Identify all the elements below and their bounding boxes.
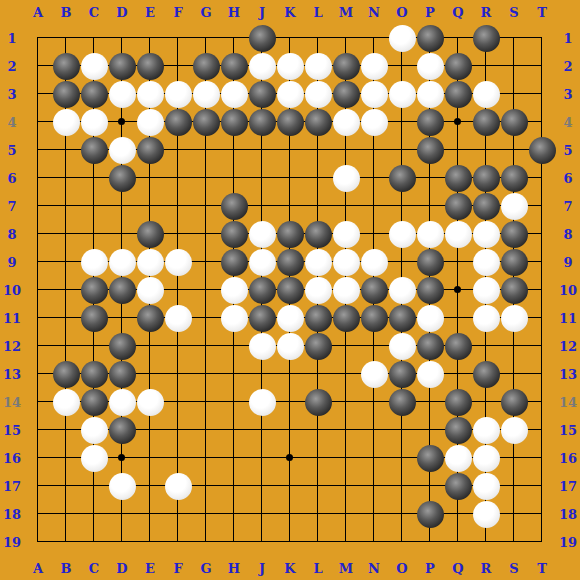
intersection-S10[interactable] [500, 276, 528, 304]
intersection-L16[interactable] [304, 444, 332, 472]
intersection-D15[interactable] [108, 416, 136, 444]
intersection-N11[interactable] [360, 304, 388, 332]
intersection-B19[interactable] [52, 528, 80, 556]
intersection-S14[interactable] [500, 388, 528, 416]
intersection-C4[interactable] [80, 108, 108, 136]
intersection-O19[interactable] [388, 528, 416, 556]
intersection-E5[interactable] [136, 136, 164, 164]
intersection-M9[interactable] [332, 248, 360, 276]
intersection-F13[interactable] [164, 360, 192, 388]
intersection-J19[interactable] [248, 528, 276, 556]
intersection-R6[interactable] [472, 164, 500, 192]
intersection-P19[interactable] [416, 528, 444, 556]
intersection-Q19[interactable] [444, 528, 472, 556]
intersection-T5[interactable] [528, 136, 556, 164]
intersection-F16[interactable] [164, 444, 192, 472]
intersection-J15[interactable] [248, 416, 276, 444]
intersection-M19[interactable] [332, 528, 360, 556]
intersection-E18[interactable] [136, 500, 164, 528]
intersection-R9[interactable] [472, 248, 500, 276]
intersection-P9[interactable] [416, 248, 444, 276]
intersection-A11[interactable] [24, 304, 52, 332]
intersection-A8[interactable] [24, 220, 52, 248]
intersection-N12[interactable] [360, 332, 388, 360]
intersection-H3[interactable] [220, 80, 248, 108]
intersection-D8[interactable] [108, 220, 136, 248]
intersection-M2[interactable] [332, 52, 360, 80]
intersection-A9[interactable] [24, 248, 52, 276]
intersection-N13[interactable] [360, 360, 388, 388]
intersection-G8[interactable] [192, 220, 220, 248]
intersection-D19[interactable] [108, 528, 136, 556]
intersection-B17[interactable] [52, 472, 80, 500]
intersection-A2[interactable] [24, 52, 52, 80]
intersection-H13[interactable] [220, 360, 248, 388]
intersection-Q1[interactable] [444, 24, 472, 52]
intersection-K10[interactable] [276, 276, 304, 304]
intersection-O17[interactable] [388, 472, 416, 500]
intersection-Q6[interactable] [444, 164, 472, 192]
intersection-J13[interactable] [248, 360, 276, 388]
intersection-R16[interactable] [472, 444, 500, 472]
intersection-T2[interactable] [528, 52, 556, 80]
intersection-G13[interactable] [192, 360, 220, 388]
intersection-G15[interactable] [192, 416, 220, 444]
intersection-R17[interactable] [472, 472, 500, 500]
intersection-H9[interactable] [220, 248, 248, 276]
intersection-H8[interactable] [220, 220, 248, 248]
intersection-C15[interactable] [80, 416, 108, 444]
intersection-C17[interactable] [80, 472, 108, 500]
intersection-L11[interactable] [304, 304, 332, 332]
intersection-R12[interactable] [472, 332, 500, 360]
intersection-P13[interactable] [416, 360, 444, 388]
intersection-G7[interactable] [192, 192, 220, 220]
intersection-O18[interactable] [388, 500, 416, 528]
intersection-B7[interactable] [52, 192, 80, 220]
intersection-B5[interactable] [52, 136, 80, 164]
intersection-N4[interactable] [360, 108, 388, 136]
intersection-G10[interactable] [192, 276, 220, 304]
intersection-C18[interactable] [80, 500, 108, 528]
intersection-A10[interactable] [24, 276, 52, 304]
intersection-L6[interactable] [304, 164, 332, 192]
intersection-G2[interactable] [192, 52, 220, 80]
intersection-N17[interactable] [360, 472, 388, 500]
intersection-Q14[interactable] [444, 388, 472, 416]
intersection-O8[interactable] [388, 220, 416, 248]
intersection-T18[interactable] [528, 500, 556, 528]
intersection-C6[interactable] [80, 164, 108, 192]
intersection-A4[interactable] [24, 108, 52, 136]
intersection-F2[interactable] [164, 52, 192, 80]
intersection-K1[interactable] [276, 24, 304, 52]
intersection-T4[interactable] [528, 108, 556, 136]
intersection-S17[interactable] [500, 472, 528, 500]
intersection-T8[interactable] [528, 220, 556, 248]
intersection-P11[interactable] [416, 304, 444, 332]
intersection-L7[interactable] [304, 192, 332, 220]
intersection-L13[interactable] [304, 360, 332, 388]
intersection-O6[interactable] [388, 164, 416, 192]
intersection-J3[interactable] [248, 80, 276, 108]
intersection-P7[interactable] [416, 192, 444, 220]
intersection-C11[interactable] [80, 304, 108, 332]
intersection-O7[interactable] [388, 192, 416, 220]
intersection-O14[interactable] [388, 388, 416, 416]
intersection-Q8[interactable] [444, 220, 472, 248]
intersection-K18[interactable] [276, 500, 304, 528]
intersection-T15[interactable] [528, 416, 556, 444]
intersection-S2[interactable] [500, 52, 528, 80]
intersection-H4[interactable] [220, 108, 248, 136]
intersection-D9[interactable] [108, 248, 136, 276]
intersection-E15[interactable] [136, 416, 164, 444]
intersection-M6[interactable] [332, 164, 360, 192]
intersection-A19[interactable] [24, 528, 52, 556]
intersection-K15[interactable] [276, 416, 304, 444]
intersection-F18[interactable] [164, 500, 192, 528]
intersection-J11[interactable] [248, 304, 276, 332]
intersection-C2[interactable] [80, 52, 108, 80]
intersection-M10[interactable] [332, 276, 360, 304]
intersection-P15[interactable] [416, 416, 444, 444]
intersection-P14[interactable] [416, 388, 444, 416]
intersection-J8[interactable] [248, 220, 276, 248]
intersection-S18[interactable] [500, 500, 528, 528]
intersection-P10[interactable] [416, 276, 444, 304]
intersection-F14[interactable] [164, 388, 192, 416]
intersection-S15[interactable] [500, 416, 528, 444]
intersection-L18[interactable] [304, 500, 332, 528]
intersection-Q16[interactable] [444, 444, 472, 472]
intersection-K17[interactable] [276, 472, 304, 500]
intersection-A15[interactable] [24, 416, 52, 444]
intersection-Q12[interactable] [444, 332, 472, 360]
intersection-Q7[interactable] [444, 192, 472, 220]
intersection-H18[interactable] [220, 500, 248, 528]
intersection-T14[interactable] [528, 388, 556, 416]
intersection-T17[interactable] [528, 472, 556, 500]
intersection-T13[interactable] [528, 360, 556, 388]
intersection-N2[interactable] [360, 52, 388, 80]
intersection-R13[interactable] [472, 360, 500, 388]
intersection-P1[interactable] [416, 24, 444, 52]
intersection-Q11[interactable] [444, 304, 472, 332]
intersection-K6[interactable] [276, 164, 304, 192]
intersection-A6[interactable] [24, 164, 52, 192]
intersection-M16[interactable] [332, 444, 360, 472]
intersection-S12[interactable] [500, 332, 528, 360]
intersection-Q5[interactable] [444, 136, 472, 164]
intersection-A12[interactable] [24, 332, 52, 360]
intersection-C19[interactable] [80, 528, 108, 556]
intersection-A5[interactable] [24, 136, 52, 164]
intersection-E6[interactable] [136, 164, 164, 192]
intersection-P2[interactable] [416, 52, 444, 80]
intersection-P3[interactable] [416, 80, 444, 108]
intersection-M18[interactable] [332, 500, 360, 528]
intersection-T9[interactable] [528, 248, 556, 276]
intersection-S9[interactable] [500, 248, 528, 276]
intersection-B2[interactable] [52, 52, 80, 80]
intersection-F3[interactable] [164, 80, 192, 108]
intersection-P18[interactable] [416, 500, 444, 528]
intersection-N10[interactable] [360, 276, 388, 304]
intersection-C5[interactable] [80, 136, 108, 164]
intersection-O15[interactable] [388, 416, 416, 444]
intersection-Q15[interactable] [444, 416, 472, 444]
intersection-C3[interactable] [80, 80, 108, 108]
intersection-E7[interactable] [136, 192, 164, 220]
intersection-R4[interactable] [472, 108, 500, 136]
intersection-O13[interactable] [388, 360, 416, 388]
intersection-N3[interactable] [360, 80, 388, 108]
intersection-D13[interactable] [108, 360, 136, 388]
intersection-C10[interactable] [80, 276, 108, 304]
intersection-G16[interactable] [192, 444, 220, 472]
intersection-D4[interactable] [108, 108, 136, 136]
intersection-H19[interactable] [220, 528, 248, 556]
intersection-M13[interactable] [332, 360, 360, 388]
intersection-N15[interactable] [360, 416, 388, 444]
intersection-P5[interactable] [416, 136, 444, 164]
intersection-N5[interactable] [360, 136, 388, 164]
intersection-B6[interactable] [52, 164, 80, 192]
intersection-J9[interactable] [248, 248, 276, 276]
intersection-R2[interactable] [472, 52, 500, 80]
intersection-D7[interactable] [108, 192, 136, 220]
intersection-K2[interactable] [276, 52, 304, 80]
intersection-T1[interactable] [528, 24, 556, 52]
intersection-S11[interactable] [500, 304, 528, 332]
intersection-R10[interactable] [472, 276, 500, 304]
intersection-F4[interactable] [164, 108, 192, 136]
intersection-G1[interactable] [192, 24, 220, 52]
intersection-F15[interactable] [164, 416, 192, 444]
intersection-S8[interactable] [500, 220, 528, 248]
intersection-E13[interactable] [136, 360, 164, 388]
intersection-Q3[interactable] [444, 80, 472, 108]
intersection-F5[interactable] [164, 136, 192, 164]
intersection-F9[interactable] [164, 248, 192, 276]
intersection-P8[interactable] [416, 220, 444, 248]
intersection-M7[interactable] [332, 192, 360, 220]
intersection-C9[interactable] [80, 248, 108, 276]
intersection-J2[interactable] [248, 52, 276, 80]
intersection-E1[interactable] [136, 24, 164, 52]
intersection-G18[interactable] [192, 500, 220, 528]
intersection-O12[interactable] [388, 332, 416, 360]
intersection-S3[interactable] [500, 80, 528, 108]
intersection-K13[interactable] [276, 360, 304, 388]
intersection-F12[interactable] [164, 332, 192, 360]
intersection-C13[interactable] [80, 360, 108, 388]
intersection-S4[interactable] [500, 108, 528, 136]
intersection-J4[interactable] [248, 108, 276, 136]
intersection-L15[interactable] [304, 416, 332, 444]
intersection-N7[interactable] [360, 192, 388, 220]
intersection-J5[interactable] [248, 136, 276, 164]
intersection-P4[interactable] [416, 108, 444, 136]
intersection-G5[interactable] [192, 136, 220, 164]
intersection-T11[interactable] [528, 304, 556, 332]
intersection-E17[interactable] [136, 472, 164, 500]
intersection-P6[interactable] [416, 164, 444, 192]
intersection-Q13[interactable] [444, 360, 472, 388]
intersection-S19[interactable] [500, 528, 528, 556]
intersection-G14[interactable] [192, 388, 220, 416]
intersection-L9[interactable] [304, 248, 332, 276]
intersection-F19[interactable] [164, 528, 192, 556]
intersection-T16[interactable] [528, 444, 556, 472]
intersection-D3[interactable] [108, 80, 136, 108]
intersection-C8[interactable] [80, 220, 108, 248]
intersection-H12[interactable] [220, 332, 248, 360]
intersection-O4[interactable] [388, 108, 416, 136]
intersection-L8[interactable] [304, 220, 332, 248]
intersection-J1[interactable] [248, 24, 276, 52]
intersection-Q10[interactable] [444, 276, 472, 304]
intersection-H14[interactable] [220, 388, 248, 416]
intersection-B14[interactable] [52, 388, 80, 416]
intersection-B10[interactable] [52, 276, 80, 304]
intersection-P17[interactable] [416, 472, 444, 500]
intersection-K4[interactable] [276, 108, 304, 136]
intersection-N18[interactable] [360, 500, 388, 528]
intersection-B8[interactable] [52, 220, 80, 248]
intersection-G11[interactable] [192, 304, 220, 332]
intersection-Q4[interactable] [444, 108, 472, 136]
intersection-Q2[interactable] [444, 52, 472, 80]
intersection-B9[interactable] [52, 248, 80, 276]
intersection-H7[interactable] [220, 192, 248, 220]
intersection-R14[interactable] [472, 388, 500, 416]
intersection-K19[interactable] [276, 528, 304, 556]
intersection-E4[interactable] [136, 108, 164, 136]
intersection-M17[interactable] [332, 472, 360, 500]
intersection-O5[interactable] [388, 136, 416, 164]
intersection-L10[interactable] [304, 276, 332, 304]
intersection-N14[interactable] [360, 388, 388, 416]
intersection-F1[interactable] [164, 24, 192, 52]
intersection-J10[interactable] [248, 276, 276, 304]
intersection-M5[interactable] [332, 136, 360, 164]
intersection-T12[interactable] [528, 332, 556, 360]
intersection-L12[interactable] [304, 332, 332, 360]
intersection-A16[interactable] [24, 444, 52, 472]
intersection-N9[interactable] [360, 248, 388, 276]
intersection-K14[interactable] [276, 388, 304, 416]
intersection-T19[interactable] [528, 528, 556, 556]
intersection-D2[interactable] [108, 52, 136, 80]
intersection-C16[interactable] [80, 444, 108, 472]
intersection-G3[interactable] [192, 80, 220, 108]
intersection-A13[interactable] [24, 360, 52, 388]
intersection-J17[interactable] [248, 472, 276, 500]
intersection-B16[interactable] [52, 444, 80, 472]
intersection-N16[interactable] [360, 444, 388, 472]
intersection-R11[interactable] [472, 304, 500, 332]
intersection-M4[interactable] [332, 108, 360, 136]
intersection-E12[interactable] [136, 332, 164, 360]
intersection-C14[interactable] [80, 388, 108, 416]
intersection-M8[interactable] [332, 220, 360, 248]
intersection-E11[interactable] [136, 304, 164, 332]
intersection-J18[interactable] [248, 500, 276, 528]
intersection-R15[interactable] [472, 416, 500, 444]
intersection-K5[interactable] [276, 136, 304, 164]
intersection-K9[interactable] [276, 248, 304, 276]
intersection-L14[interactable] [304, 388, 332, 416]
intersection-B15[interactable] [52, 416, 80, 444]
intersection-M14[interactable] [332, 388, 360, 416]
intersection-T6[interactable] [528, 164, 556, 192]
intersection-L5[interactable] [304, 136, 332, 164]
intersection-S6[interactable] [500, 164, 528, 192]
intersection-G9[interactable] [192, 248, 220, 276]
intersection-H2[interactable] [220, 52, 248, 80]
intersection-H1[interactable] [220, 24, 248, 52]
intersection-G17[interactable] [192, 472, 220, 500]
intersection-M11[interactable] [332, 304, 360, 332]
intersection-Q17[interactable] [444, 472, 472, 500]
intersection-D14[interactable] [108, 388, 136, 416]
intersection-R18[interactable] [472, 500, 500, 528]
intersection-B18[interactable] [52, 500, 80, 528]
intersection-L1[interactable] [304, 24, 332, 52]
intersection-S1[interactable] [500, 24, 528, 52]
intersection-A3[interactable] [24, 80, 52, 108]
intersection-H5[interactable] [220, 136, 248, 164]
intersection-H10[interactable] [220, 276, 248, 304]
intersection-C1[interactable] [80, 24, 108, 52]
intersection-L17[interactable] [304, 472, 332, 500]
intersection-H16[interactable] [220, 444, 248, 472]
intersection-N8[interactable] [360, 220, 388, 248]
intersection-B13[interactable] [52, 360, 80, 388]
intersection-M12[interactable] [332, 332, 360, 360]
intersection-J12[interactable] [248, 332, 276, 360]
intersection-E10[interactable] [136, 276, 164, 304]
intersection-Q18[interactable] [444, 500, 472, 528]
intersection-B1[interactable] [52, 24, 80, 52]
intersection-S7[interactable] [500, 192, 528, 220]
intersection-E16[interactable] [136, 444, 164, 472]
intersection-H11[interactable] [220, 304, 248, 332]
intersection-K12[interactable] [276, 332, 304, 360]
intersection-D6[interactable] [108, 164, 136, 192]
intersection-D10[interactable] [108, 276, 136, 304]
intersection-B12[interactable] [52, 332, 80, 360]
intersection-F6[interactable] [164, 164, 192, 192]
intersection-O9[interactable] [388, 248, 416, 276]
intersection-O16[interactable] [388, 444, 416, 472]
intersection-K8[interactable] [276, 220, 304, 248]
intersection-L4[interactable] [304, 108, 332, 136]
intersection-O10[interactable] [388, 276, 416, 304]
intersection-A7[interactable] [24, 192, 52, 220]
intersection-N6[interactable] [360, 164, 388, 192]
intersection-B4[interactable] [52, 108, 80, 136]
intersection-D16[interactable] [108, 444, 136, 472]
intersection-M1[interactable] [332, 24, 360, 52]
intersection-K16[interactable] [276, 444, 304, 472]
intersection-R3[interactable] [472, 80, 500, 108]
intersection-D11[interactable] [108, 304, 136, 332]
intersection-E14[interactable] [136, 388, 164, 416]
intersection-O3[interactable] [388, 80, 416, 108]
